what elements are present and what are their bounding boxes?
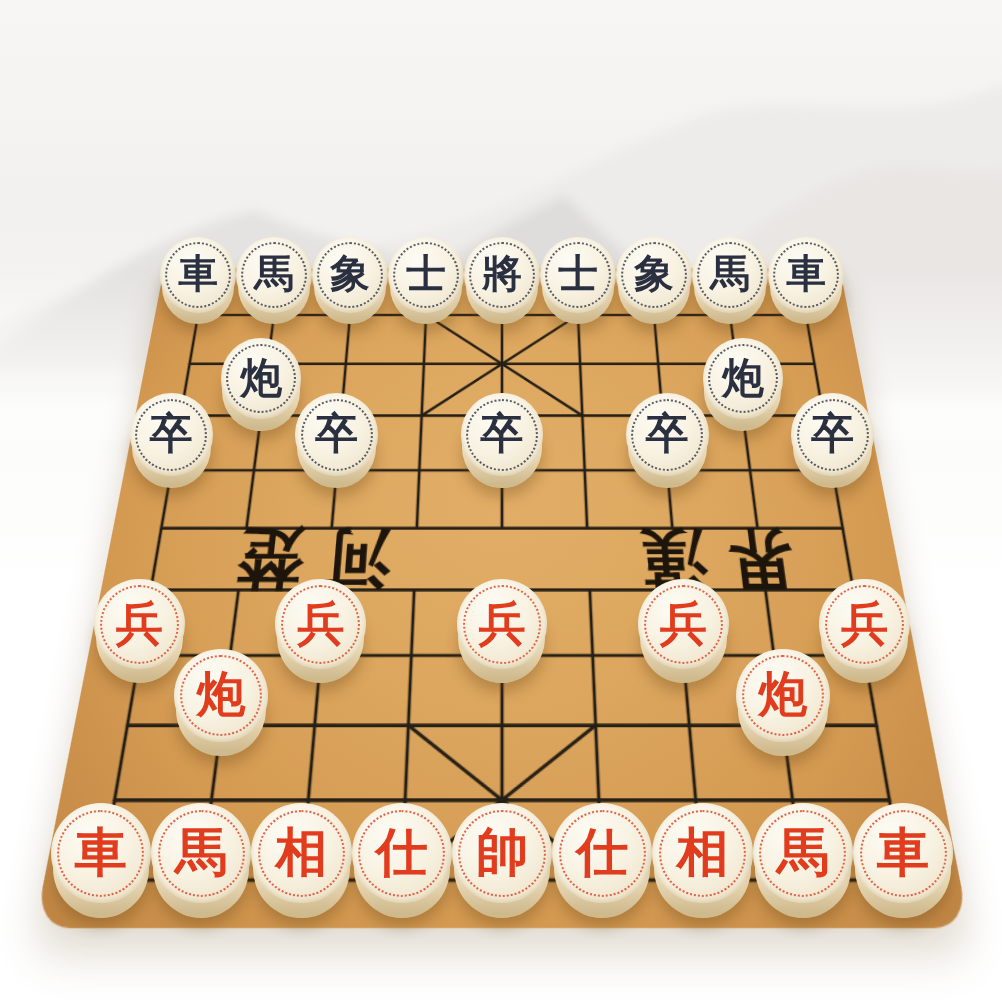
- piece-character: 炮: [197, 670, 246, 719]
- piece-character: 帥: [476, 826, 528, 878]
- piece-character: 相: [275, 826, 327, 878]
- piece-character: 卒: [150, 412, 193, 455]
- piece-character: 兵: [841, 600, 888, 647]
- piece-character: 馬: [777, 826, 829, 878]
- piece-face: 炮: [174, 649, 268, 743]
- piece-red-cannon[interactable]: 炮: [736, 649, 830, 743]
- piece-black-soldier[interactable]: 卒: [461, 393, 544, 476]
- piece-character: 馬: [254, 254, 294, 294]
- piece-red-soldier[interactable]: 兵: [94, 579, 185, 670]
- piece-face: 馬: [151, 803, 251, 903]
- piece-face: 車: [160, 237, 236, 313]
- piece-face: 兵: [457, 579, 548, 670]
- piece-face: 炮: [703, 338, 783, 418]
- piece-face: 卒: [626, 393, 709, 476]
- piece-red-chariot[interactable]: 車: [51, 803, 151, 903]
- piece-face: 兵: [819, 579, 910, 670]
- piece-red-horse[interactable]: 馬: [151, 803, 251, 903]
- piece-face: 卒: [791, 393, 874, 476]
- piece-character: 士: [558, 254, 598, 294]
- piece-face: 仕: [352, 803, 452, 903]
- piece-face: 象: [616, 237, 692, 313]
- piece-character: 相: [676, 826, 728, 878]
- piece-face: 炮: [221, 338, 301, 418]
- piece-face: 馬: [753, 803, 853, 903]
- piece-face: 卒: [461, 393, 544, 476]
- piece-black-soldier[interactable]: 卒: [295, 393, 378, 476]
- piece-face: 車: [768, 237, 844, 313]
- piece-red-horse[interactable]: 馬: [753, 803, 853, 903]
- piece-character: 炮: [722, 357, 764, 399]
- piece-character: 兵: [297, 600, 344, 647]
- piece-character: 車: [877, 826, 929, 878]
- piece-character: 將: [482, 254, 522, 294]
- piece-red-soldier[interactable]: 兵: [638, 579, 729, 670]
- piece-character: 車: [178, 254, 218, 294]
- piece-character: 兵: [478, 600, 525, 647]
- piece-black-general[interactable]: 將: [464, 237, 540, 313]
- piece-black-chariot[interactable]: 車: [160, 237, 236, 313]
- piece-character: 卒: [646, 412, 689, 455]
- piece-red-soldier[interactable]: 兵: [275, 579, 366, 670]
- piece-character: 兵: [116, 600, 163, 647]
- piece-face: 士: [540, 237, 616, 313]
- piece-black-soldier[interactable]: 卒: [791, 393, 874, 476]
- piece-face: 卒: [130, 393, 213, 476]
- piece-face: 仕: [552, 803, 652, 903]
- piece-face: 士: [388, 237, 464, 313]
- piece-red-chariot[interactable]: 車: [853, 803, 953, 903]
- piece-character: 兵: [660, 600, 707, 647]
- piece-red-elephant[interactable]: 相: [251, 803, 351, 903]
- piece-red-elephant[interactable]: 相: [652, 803, 752, 903]
- piece-character: 士: [406, 254, 446, 294]
- piece-character: 卒: [481, 412, 524, 455]
- piece-face: 炮: [736, 649, 830, 743]
- piece-character: 卒: [315, 412, 358, 455]
- piece-black-soldier[interactable]: 卒: [626, 393, 709, 476]
- piece-character: 象: [330, 254, 370, 294]
- grid-line: [578, 315, 587, 528]
- piece-black-cannon[interactable]: 炮: [221, 338, 301, 418]
- piece-character: 車: [75, 826, 127, 878]
- piece-character: 炮: [759, 670, 808, 719]
- grid-line: [417, 315, 426, 528]
- product-photo-stage: 河楚界漢 車馬象士將士象馬車炮炮卒卒卒卒卒兵兵兵兵兵炮炮車馬相仕帥仕相馬車: [0, 0, 1002, 1002]
- piece-face: 兵: [638, 579, 729, 670]
- piece-red-advisor[interactable]: 仕: [352, 803, 452, 903]
- piece-red-soldier[interactable]: 兵: [457, 579, 548, 670]
- piece-red-advisor[interactable]: 仕: [552, 803, 652, 903]
- piece-face: 車: [51, 803, 151, 903]
- piece-black-elephant[interactable]: 象: [312, 237, 388, 313]
- piece-face: 相: [652, 803, 752, 903]
- piece-character: 仕: [376, 826, 428, 878]
- piece-black-chariot[interactable]: 車: [768, 237, 844, 313]
- piece-character: 車: [786, 254, 826, 294]
- piece-character: 仕: [576, 826, 628, 878]
- piece-character: 卒: [811, 412, 854, 455]
- piece-face: 相: [251, 803, 351, 903]
- piece-black-elephant[interactable]: 象: [616, 237, 692, 313]
- piece-face: 馬: [236, 237, 312, 313]
- piece-face: 將: [464, 237, 540, 313]
- piece-face: 車: [853, 803, 953, 903]
- piece-face: 卒: [295, 393, 378, 476]
- piece-face: 兵: [94, 579, 185, 670]
- piece-black-horse[interactable]: 馬: [236, 237, 312, 313]
- piece-face: 象: [312, 237, 388, 313]
- piece-character: 炮: [240, 357, 282, 399]
- piece-black-cannon[interactable]: 炮: [703, 338, 783, 418]
- piece-face: 馬: [692, 237, 768, 313]
- piece-character: 馬: [710, 254, 750, 294]
- piece-character: 馬: [175, 826, 227, 878]
- piece-character: 象: [634, 254, 674, 294]
- piece-black-advisor[interactable]: 士: [388, 237, 464, 313]
- piece-black-soldier[interactable]: 卒: [130, 393, 213, 476]
- piece-black-advisor[interactable]: 士: [540, 237, 616, 313]
- piece-red-soldier[interactable]: 兵: [819, 579, 910, 670]
- piece-black-horse[interactable]: 馬: [692, 237, 768, 313]
- piece-face: 帥: [452, 803, 552, 903]
- piece-face: 兵: [275, 579, 366, 670]
- piece-red-cannon[interactable]: 炮: [174, 649, 268, 743]
- piece-red-general[interactable]: 帥: [452, 803, 552, 903]
